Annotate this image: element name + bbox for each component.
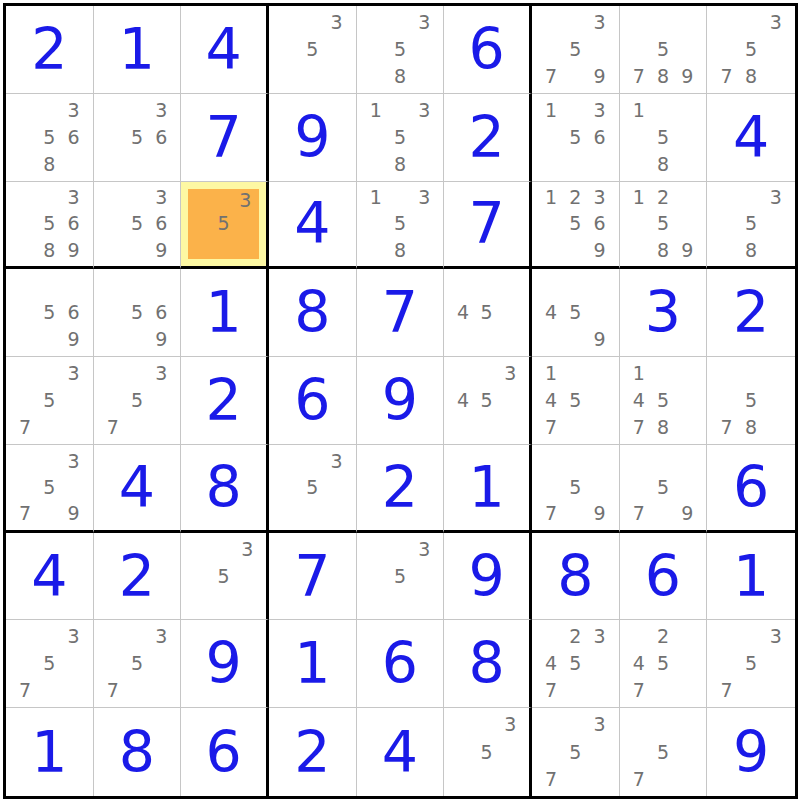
pencil-mark [125, 326, 149, 353]
cell-r7c6[interactable]: 9 [444, 533, 532, 621]
cell-r7c8[interactable]: 6 [620, 533, 708, 621]
cell-r3c6[interactable]: 7 [444, 182, 532, 270]
cell-r9c8[interactable]: 57 [620, 708, 708, 796]
cell-value: 9 [733, 724, 769, 781]
pencil-mark: 3 [763, 185, 788, 211]
pencil-mark [498, 766, 522, 793]
pencil-grid: 358 [357, 6, 444, 93]
pencil-grid: 579 [532, 445, 619, 530]
cell-r8c5[interactable]: 6 [357, 620, 445, 708]
cell-value: 4 [31, 548, 67, 605]
pencil-mark [13, 387, 37, 414]
pencil-grid: 158 [620, 94, 707, 181]
cell-r8c8[interactable]: 2457 [620, 620, 708, 708]
pencil-mark [763, 360, 788, 387]
cell-r1c2[interactable]: 1 [94, 6, 182, 94]
cell-r2c5[interactable]: 1358 [357, 94, 445, 182]
pencil-mark [739, 623, 764, 650]
pencil-mark: 5 [563, 650, 587, 677]
cell-r5c1[interactable]: 357 [6, 357, 94, 445]
pencil-mark: 5 [37, 299, 61, 326]
cell-r7c3[interactable]: 35 [181, 533, 269, 621]
pencil-mark [651, 9, 675, 36]
cell-r9c1[interactable]: 1 [6, 708, 94, 796]
pencil-mark [412, 63, 436, 90]
cell-r4c7[interactable]: 459 [532, 269, 620, 357]
pencil-mark: 3 [61, 448, 85, 474]
cell-value: 9 [382, 372, 418, 429]
pencil-mark: 5 [651, 738, 675, 765]
pencil-mark: 3 [149, 97, 173, 124]
cell-r1c8[interactable]: 5789 [620, 6, 708, 94]
cell-r4c9[interactable]: 2 [707, 269, 795, 357]
pencil-mark [498, 326, 522, 353]
pencil-mark [627, 711, 651, 738]
pencil-mark: 5 [651, 474, 675, 500]
pencil-grid: 3579 [6, 445, 93, 530]
pencil-mark [675, 677, 699, 704]
pencil-grid: 357 [532, 708, 619, 796]
cell-r4c4[interactable]: 8 [269, 269, 357, 357]
cell-r6c4[interactable]: 35 [269, 445, 357, 533]
cell-value: 2 [31, 21, 67, 78]
pencil-mark [412, 211, 436, 237]
cell-value: 8 [119, 724, 155, 781]
pencil-mark [388, 97, 412, 124]
pencil-mark: 9 [149, 237, 173, 263]
pencil-mark [587, 677, 611, 704]
pencil-mark: 9 [587, 500, 611, 526]
pencil-mark [13, 124, 37, 151]
pencil-mark [191, 189, 213, 213]
cell-r5c9[interactable]: 578 [707, 357, 795, 445]
cell-value: 3 [645, 284, 681, 341]
pencil-mark: 7 [539, 677, 563, 704]
pencil-mark: 5 [739, 211, 764, 237]
pencil-grid: 357 [94, 357, 181, 444]
pencil-mark [324, 474, 348, 500]
cell-r3c5[interactable]: 1358 [357, 182, 445, 270]
pencil-mark [651, 711, 675, 738]
cell-r4c3[interactable]: 1 [181, 269, 269, 357]
pencil-mark [739, 677, 764, 704]
pencil-grid: 2457 [620, 620, 707, 707]
pencil-mark [188, 563, 212, 590]
cell-r8c2[interactable]: 357 [94, 620, 182, 708]
cell-r9c7[interactable]: 357 [532, 708, 620, 796]
cell-r5c7[interactable]: 1457 [532, 357, 620, 445]
pencil-mark: 4 [451, 387, 475, 414]
pencil-grid: 45 [444, 269, 529, 356]
cell-r7c9[interactable]: 1 [707, 533, 795, 621]
pencil-mark: 7 [714, 63, 739, 90]
pencil-mark [563, 766, 587, 793]
pencil-mark [276, 474, 300, 500]
cell-r9c4[interactable]: 2 [269, 708, 357, 796]
pencil-mark: 2 [563, 185, 587, 211]
pencil-mark: 5 [37, 474, 61, 500]
cell-r8c4[interactable]: 1 [269, 620, 357, 708]
pencil-mark [739, 185, 764, 211]
cell-r8c3[interactable]: 9 [181, 620, 269, 708]
cell-value: 2 [469, 109, 505, 166]
pencil-mark [13, 151, 37, 178]
pencil-mark [101, 211, 125, 237]
cell-r6c9[interactable]: 6 [707, 445, 795, 533]
pencil-mark [475, 414, 499, 441]
pencil-mark [539, 738, 563, 765]
cell-value: 6 [382, 635, 418, 692]
pencil-mark: 3 [235, 536, 259, 563]
pencil-mark [563, 360, 587, 387]
pencil-mark [714, 185, 739, 211]
pencil-mark: 6 [61, 124, 85, 151]
cell-r2c4[interactable]: 9 [269, 94, 357, 182]
pencil-mark [451, 711, 475, 738]
cell-r2c2[interactable]: 356 [94, 94, 182, 182]
cell-r4c2[interactable]: 569 [94, 269, 182, 357]
pencil-mark: 5 [739, 36, 764, 63]
cell-value: 9 [294, 109, 330, 166]
pencil-grid: 35 [444, 708, 529, 796]
pencil-mark [539, 237, 563, 263]
pencil-mark [587, 360, 611, 387]
pencil-mark [101, 272, 125, 299]
cell-r7c2[interactable]: 2 [94, 533, 182, 621]
pencil-mark [675, 448, 699, 474]
pencil-mark [498, 299, 522, 326]
pencil-mark [61, 387, 85, 414]
cell-value: 2 [119, 548, 155, 605]
cell-r1c7[interactable]: 3579 [532, 6, 620, 94]
pencil-mark [412, 590, 436, 617]
pencil-mark [412, 124, 436, 151]
cell-r8c7[interactable]: 23457 [532, 620, 620, 708]
pencil-mark [714, 360, 739, 387]
pencil-mark [13, 326, 37, 353]
pencil-mark [300, 63, 324, 90]
pencil-mark [587, 650, 611, 677]
pencil-mark [364, 36, 388, 63]
cell-r8c9[interactable]: 357 [707, 620, 795, 708]
pencil-mark [13, 650, 37, 677]
pencil-mark: 3 [324, 448, 348, 474]
pencil-mark: 6 [149, 124, 173, 151]
pencil-mark [539, 623, 563, 650]
cell-r6c8[interactable]: 579 [620, 445, 708, 533]
cell-r5c5[interactable]: 9 [357, 357, 445, 445]
cell-r1c3[interactable]: 4 [181, 6, 269, 94]
pencil-mark [37, 326, 61, 353]
pencil-mark [101, 237, 125, 263]
cell-value: 8 [294, 284, 330, 341]
cell-r4c6[interactable]: 45 [444, 269, 532, 357]
pencil-mark [563, 500, 587, 526]
pencil-mark [234, 236, 256, 260]
pencil-mark [587, 414, 611, 441]
pencil-mark [125, 151, 149, 178]
pencil-mark [498, 738, 522, 765]
pencil-mark [627, 237, 651, 263]
cell-value: 7 [206, 109, 242, 166]
pencil-mark: 3 [61, 97, 85, 124]
pencil-mark [587, 36, 611, 63]
cell-r3c9[interactable]: 358 [707, 182, 795, 270]
pencil-mark [675, 738, 699, 765]
pencil-mark [627, 448, 651, 474]
pencil-mark: 1 [364, 185, 388, 211]
pencil-mark [149, 414, 173, 441]
pencil-mark [235, 590, 259, 617]
pencil-mark [37, 448, 61, 474]
pencil-mark [61, 677, 85, 704]
pencil-mark: 3 [587, 711, 611, 738]
pencil-mark [276, 9, 300, 36]
pencil-mark [364, 9, 388, 36]
pencil-mark: 7 [13, 677, 37, 704]
pencil-mark [627, 474, 651, 500]
pencil-mark: 3 [149, 623, 173, 650]
cell-r3c2[interactable]: 3569 [94, 182, 182, 270]
pencil-mark [149, 677, 173, 704]
pencil-mark [300, 500, 324, 526]
pencil-mark [451, 272, 475, 299]
cell-r6c2[interactable]: 4 [94, 445, 182, 533]
cell-r9c6[interactable]: 35 [444, 708, 532, 796]
pencil-mark [675, 414, 699, 441]
cell-r7c5[interactable]: 35 [357, 533, 445, 621]
pencil-mark: 8 [739, 63, 764, 90]
pencil-mark [61, 474, 85, 500]
pencil-mark: 4 [627, 387, 651, 414]
pencil-mark [763, 387, 788, 414]
pencil-mark [563, 237, 587, 263]
pencil-mark: 5 [388, 124, 412, 151]
pencil-mark [412, 237, 436, 263]
cell-r1c5[interactable]: 358 [357, 6, 445, 94]
pencil-mark [188, 590, 212, 617]
pencil-mark [101, 360, 125, 387]
pencil-grid: 1457 [532, 357, 619, 444]
pencil-mark: 5 [739, 650, 764, 677]
pencil-grid: 23457 [532, 620, 619, 707]
pencil-mark [188, 536, 212, 563]
pencil-mark [125, 360, 149, 387]
cell-r6c1[interactable]: 3579 [6, 445, 94, 533]
pencil-mark [13, 623, 37, 650]
pencil-mark [651, 360, 675, 387]
pencil-mark [763, 237, 788, 263]
pencil-grid: 12589 [620, 182, 707, 267]
cell-r9c9[interactable]: 9 [707, 708, 795, 796]
cell-value: 2 [294, 724, 330, 781]
pencil-mark: 7 [627, 63, 651, 90]
cell-r7c1[interactable]: 4 [6, 533, 94, 621]
pencil-mark [451, 414, 475, 441]
cell-r3c3[interactable]: 35 [181, 182, 269, 270]
cell-value: 6 [733, 459, 769, 516]
pencil-mark: 5 [300, 474, 324, 500]
pencil-grid: 35 [188, 189, 259, 260]
pencil-mark [125, 185, 149, 211]
pencil-mark: 3 [324, 9, 348, 36]
cell-value: 1 [733, 548, 769, 605]
pencil-mark: 5 [125, 211, 149, 237]
pencil-mark: 3 [61, 360, 85, 387]
pencil-mark [475, 711, 499, 738]
pencil-mark: 9 [61, 237, 85, 263]
cell-r1c9[interactable]: 3578 [707, 6, 795, 94]
cell-r2c7[interactable]: 1356 [532, 94, 620, 182]
cell-value: 8 [206, 459, 242, 516]
pencil-grid: 3568 [6, 94, 93, 181]
pencil-mark: 5 [739, 387, 764, 414]
cell-r3c8[interactable]: 12589 [620, 182, 708, 270]
pencil-mark: 5 [37, 650, 61, 677]
pencil-mark: 9 [587, 326, 611, 353]
pencil-mark [276, 63, 300, 90]
cell-value: 1 [119, 21, 155, 78]
cell-r9c3[interactable]: 6 [181, 708, 269, 796]
pencil-mark [539, 9, 563, 36]
cell-r2c8[interactable]: 158 [620, 94, 708, 182]
cell-value: 7 [294, 548, 330, 605]
pencil-grid: 356 [94, 94, 181, 181]
cell-r3c4[interactable]: 4 [269, 182, 357, 270]
cell-r6c5[interactable]: 2 [357, 445, 445, 533]
pencil-mark [539, 211, 563, 237]
pencil-mark: 9 [587, 237, 611, 263]
pencil-grid: 357 [6, 357, 93, 444]
pencil-mark [37, 272, 61, 299]
pencil-mark: 3 [61, 623, 85, 650]
pencil-mark [539, 124, 563, 151]
pencil-mark: 8 [37, 151, 61, 178]
cell-r2c3[interactable]: 7 [181, 94, 269, 182]
cell-r3c1[interactable]: 35689 [6, 182, 94, 270]
cell-r4c5[interactable]: 7 [357, 269, 445, 357]
pencil-mark [451, 738, 475, 765]
cell-r1c1[interactable]: 2 [6, 6, 94, 94]
cell-r2c6[interactable]: 2 [444, 94, 532, 182]
cell-r3c7[interactable]: 123569 [532, 182, 620, 270]
pencil-mark: 3 [587, 97, 611, 124]
pencil-mark: 5 [388, 563, 412, 590]
cell-r8c1[interactable]: 357 [6, 620, 94, 708]
pencil-mark [276, 500, 300, 526]
cell-r4c8[interactable]: 3 [620, 269, 708, 357]
pencil-mark [475, 272, 499, 299]
pencil-grid: 35 [269, 445, 356, 530]
pencil-mark [364, 63, 388, 90]
pencil-mark [191, 212, 213, 236]
pencil-mark [13, 211, 37, 237]
pencil-mark [587, 299, 611, 326]
pencil-mark [451, 360, 475, 387]
cell-r2c9[interactable]: 4 [707, 94, 795, 182]
pencil-mark: 7 [13, 414, 37, 441]
cell-r6c3[interactable]: 8 [181, 445, 269, 533]
pencil-mark [651, 97, 675, 124]
pencil-mark: 7 [539, 63, 563, 90]
pencil-mark [61, 650, 85, 677]
pencil-mark [675, 124, 699, 151]
pencil-mark: 5 [651, 36, 675, 63]
pencil-mark [101, 151, 125, 178]
cell-value: 7 [469, 195, 505, 252]
pencil-mark: 5 [563, 36, 587, 63]
pencil-mark: 8 [739, 414, 764, 441]
pencil-mark [763, 414, 788, 441]
cell-r2c1[interactable]: 3568 [6, 94, 94, 182]
cell-r5c8[interactable]: 14578 [620, 357, 708, 445]
cell-r5c6[interactable]: 345 [444, 357, 532, 445]
pencil-mark [627, 211, 651, 237]
cell-r5c2[interactable]: 357 [94, 357, 182, 445]
cell-r1c6[interactable]: 6 [444, 6, 532, 94]
pencil-mark: 6 [149, 211, 173, 237]
cell-value: 8 [469, 635, 505, 692]
pencil-mark: 8 [388, 151, 412, 178]
cell-r9c5[interactable]: 4 [357, 708, 445, 796]
pencil-mark: 7 [627, 677, 651, 704]
pencil-mark: 7 [539, 414, 563, 441]
pencil-mark: 3 [587, 623, 611, 650]
pencil-mark [125, 237, 149, 263]
pencil-mark: 8 [388, 237, 412, 263]
pencil-mark: 7 [539, 766, 563, 793]
pencil-mark [651, 500, 675, 526]
cell-r7c4[interactable]: 7 [269, 533, 357, 621]
pencil-mark [149, 387, 173, 414]
cell-value: 4 [119, 459, 155, 516]
pencil-mark: 7 [627, 766, 651, 793]
pencil-mark: 1 [539, 97, 563, 124]
pencil-mark: 5 [475, 387, 499, 414]
pencil-mark: 3 [412, 185, 436, 211]
pencil-mark [763, 677, 788, 704]
cell-r8c6[interactable]: 8 [444, 620, 532, 708]
pencil-mark [101, 185, 125, 211]
pencil-mark [234, 212, 256, 236]
pencil-mark: 8 [37, 237, 61, 263]
cell-r1c4[interactable]: 35 [269, 6, 357, 94]
cell-value: 2 [733, 284, 769, 341]
cell-r9c2[interactable]: 8 [94, 708, 182, 796]
pencil-grid: 14578 [620, 357, 707, 444]
pencil-mark [475, 326, 499, 353]
pencil-mark: 3 [412, 9, 436, 36]
cell-r7c7[interactable]: 8 [532, 533, 620, 621]
pencil-mark [37, 677, 61, 704]
pencil-mark: 3 [412, 536, 436, 563]
pencil-mark [13, 272, 37, 299]
cell-r5c3[interactable]: 2 [181, 357, 269, 445]
pencil-mark: 4 [539, 387, 563, 414]
pencil-mark [498, 272, 522, 299]
pencil-mark [714, 623, 739, 650]
pencil-mark [61, 414, 85, 441]
pencil-mark [563, 677, 587, 704]
cell-r6c7[interactable]: 579 [532, 445, 620, 533]
cell-r4c1[interactable]: 569 [6, 269, 94, 357]
cell-r5c4[interactable]: 6 [269, 357, 357, 445]
pencil-mark [714, 211, 739, 237]
pencil-mark [101, 387, 125, 414]
pencil-mark [13, 97, 37, 124]
pencil-mark [675, 766, 699, 793]
cell-r6c6[interactable]: 1 [444, 445, 532, 533]
